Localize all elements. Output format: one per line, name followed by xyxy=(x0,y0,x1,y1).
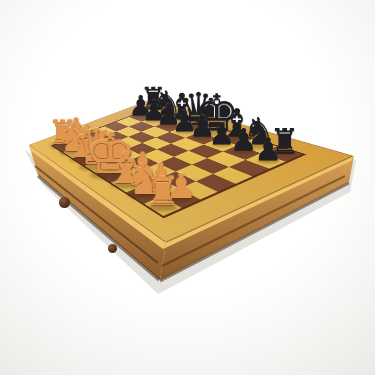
drawer-knob-left xyxy=(59,197,70,208)
chess-set-photo: ♜♞♝♛♚♝♞♜♟♟♟♟♟♟♟♟♟♟♟♟♟♟♟♟♜♞♝♛♚♝♞♜ xyxy=(0,0,375,375)
drawer-knob-front xyxy=(108,244,117,253)
